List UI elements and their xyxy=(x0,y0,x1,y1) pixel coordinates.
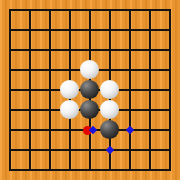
board-cell[interactable] xyxy=(9,89,29,109)
board-cell[interactable] xyxy=(149,109,169,129)
board-cell[interactable] xyxy=(29,29,49,49)
board-cell[interactable] xyxy=(69,149,89,169)
board-cell[interactable] xyxy=(89,29,109,49)
board-cell[interactable] xyxy=(49,49,69,69)
board-cell[interactable] xyxy=(149,29,169,49)
board-cell[interactable] xyxy=(129,149,149,169)
board-cell[interactable] xyxy=(149,69,169,89)
white-stone xyxy=(100,100,119,119)
board-cell[interactable] xyxy=(109,29,129,49)
white-stone xyxy=(60,100,79,119)
board-cell[interactable] xyxy=(69,9,89,29)
board-cell[interactable] xyxy=(49,129,69,149)
board-cell[interactable] xyxy=(29,149,49,169)
board-cell[interactable] xyxy=(129,109,149,129)
board-cell[interactable] xyxy=(29,129,49,149)
black-stone xyxy=(100,120,119,139)
board-cell[interactable] xyxy=(9,49,29,69)
board-cell[interactable] xyxy=(29,49,49,69)
board-cell[interactable] xyxy=(9,9,29,29)
board-cell[interactable] xyxy=(29,9,49,29)
white-stone xyxy=(80,60,99,79)
board-cell[interactable] xyxy=(129,49,149,69)
go-board[interactable] xyxy=(0,0,180,180)
board-cell[interactable] xyxy=(69,29,89,49)
board-cell[interactable] xyxy=(149,89,169,109)
board-cell[interactable] xyxy=(129,29,149,49)
board-cell[interactable] xyxy=(49,149,69,169)
board-cell[interactable] xyxy=(149,49,169,69)
board-cell[interactable] xyxy=(29,109,49,129)
white-stone xyxy=(100,80,119,99)
board-cell[interactable] xyxy=(9,109,29,129)
board-cell[interactable] xyxy=(129,89,149,109)
black-stone xyxy=(80,100,99,119)
board-cell[interactable] xyxy=(109,9,129,29)
board-cell[interactable] xyxy=(89,9,109,29)
board-cell[interactable] xyxy=(149,149,169,169)
board-cell[interactable] xyxy=(29,89,49,109)
board-cell[interactable] xyxy=(129,69,149,89)
board-cell[interactable] xyxy=(149,129,169,149)
board-cell[interactable] xyxy=(129,9,149,29)
board-cell[interactable] xyxy=(29,69,49,89)
board-cell[interactable] xyxy=(49,29,69,49)
board-cell[interactable] xyxy=(9,149,29,169)
board-cell[interactable] xyxy=(9,129,29,149)
board-cell[interactable] xyxy=(149,9,169,29)
black-stone xyxy=(80,80,99,99)
board-cell[interactable] xyxy=(49,9,69,29)
board-cell[interactable] xyxy=(9,29,29,49)
board-cell[interactable] xyxy=(89,149,109,169)
board-cell[interactable] xyxy=(9,69,29,89)
white-stone xyxy=(60,80,79,99)
board-cell[interactable] xyxy=(109,49,129,69)
